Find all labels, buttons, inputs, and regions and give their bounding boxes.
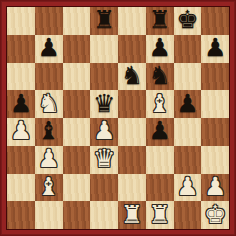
square-d1[interactable] — [90, 201, 118, 229]
square-g6[interactable] — [174, 63, 202, 91]
square-h3[interactable] — [201, 146, 229, 174]
white-queen-icon: ♛ — [93, 146, 115, 172]
square-g7[interactable] — [174, 35, 202, 63]
square-g5[interactable]: ♟ — [174, 90, 202, 118]
square-b2[interactable]: ♝ — [35, 174, 63, 202]
square-a3[interactable] — [7, 146, 35, 174]
black-pawn-icon: ♟ — [10, 90, 32, 116]
square-g2[interactable]: ♟ — [174, 174, 202, 202]
square-a6[interactable] — [7, 63, 35, 91]
black-rook-icon: ♜ — [148, 7, 170, 33]
square-c3[interactable] — [63, 146, 91, 174]
square-d7[interactable] — [90, 35, 118, 63]
black-pawn-icon: ♟ — [204, 35, 226, 61]
square-c7[interactable] — [63, 35, 91, 63]
square-a8[interactable] — [7, 7, 35, 35]
square-h4[interactable] — [201, 118, 229, 146]
square-g8[interactable]: ♚ — [174, 7, 202, 35]
white-bishop-icon: ♝ — [37, 174, 59, 200]
white-king-icon: ♚ — [204, 201, 226, 227]
square-g1[interactable] — [174, 201, 202, 229]
square-g3[interactable] — [174, 146, 202, 174]
square-d5[interactable]: ♛ — [90, 90, 118, 118]
square-b4[interactable]: ♝ — [35, 118, 63, 146]
square-b3[interactable]: ♟ — [35, 146, 63, 174]
white-pawn-icon: ♟ — [176, 174, 198, 200]
square-e1[interactable]: ♜ — [118, 201, 146, 229]
white-bishop-icon: ♝ — [148, 90, 170, 116]
square-b1[interactable] — [35, 201, 63, 229]
square-h1[interactable]: ♚ — [201, 201, 229, 229]
square-f2[interactable] — [146, 174, 174, 202]
white-rook-icon: ♜ — [148, 201, 170, 227]
white-pawn-icon: ♟ — [204, 174, 226, 200]
square-e4[interactable] — [118, 118, 146, 146]
square-f7[interactable]: ♟ — [146, 35, 174, 63]
black-queen-icon: ♛ — [93, 90, 115, 116]
black-pawn-icon: ♟ — [148, 35, 170, 61]
board-frame: ♜♜♚♟♟♟♞♞♟♞♛♝♟♟♝♟♟♟♛♝♟♟♜♜♚ — [0, 0, 236, 236]
white-rook-icon: ♜ — [121, 201, 143, 227]
square-a2[interactable] — [7, 174, 35, 202]
square-e8[interactable] — [118, 7, 146, 35]
square-b6[interactable] — [35, 63, 63, 91]
square-b7[interactable]: ♟ — [35, 35, 63, 63]
square-c1[interactable] — [63, 201, 91, 229]
square-c2[interactable] — [63, 174, 91, 202]
black-pawn-icon: ♟ — [176, 90, 198, 116]
square-f4[interactable]: ♟ — [146, 118, 174, 146]
square-b5[interactable]: ♞ — [35, 90, 63, 118]
square-f1[interactable]: ♜ — [146, 201, 174, 229]
square-h5[interactable] — [201, 90, 229, 118]
square-e2[interactable] — [118, 174, 146, 202]
white-knight-icon: ♞ — [37, 90, 59, 116]
square-e3[interactable] — [118, 146, 146, 174]
square-e7[interactable] — [118, 35, 146, 63]
black-knight-icon: ♞ — [148, 63, 170, 89]
square-f3[interactable] — [146, 146, 174, 174]
square-a1[interactable] — [7, 201, 35, 229]
black-knight-icon: ♞ — [121, 63, 143, 89]
black-bishop-icon: ♝ — [37, 118, 59, 144]
square-h8[interactable] — [201, 7, 229, 35]
square-f8[interactable]: ♜ — [146, 7, 174, 35]
black-king-icon: ♚ — [176, 7, 198, 33]
square-c8[interactable] — [63, 7, 91, 35]
square-f5[interactable]: ♝ — [146, 90, 174, 118]
white-pawn-icon: ♟ — [93, 118, 115, 144]
square-e5[interactable] — [118, 90, 146, 118]
square-d8[interactable]: ♜ — [90, 7, 118, 35]
white-pawn-icon: ♟ — [37, 146, 59, 172]
white-pawn-icon: ♟ — [10, 118, 32, 144]
square-a4[interactable]: ♟ — [7, 118, 35, 146]
square-d4[interactable]: ♟ — [90, 118, 118, 146]
square-f6[interactable]: ♞ — [146, 63, 174, 91]
chess-board: ♜♜♚♟♟♟♞♞♟♞♛♝♟♟♝♟♟♟♛♝♟♟♜♜♚ — [7, 7, 229, 229]
square-c5[interactable] — [63, 90, 91, 118]
square-d6[interactable] — [90, 63, 118, 91]
square-h7[interactable]: ♟ — [201, 35, 229, 63]
square-c6[interactable] — [63, 63, 91, 91]
square-d3[interactable]: ♛ — [90, 146, 118, 174]
square-c4[interactable] — [63, 118, 91, 146]
square-e6[interactable]: ♞ — [118, 63, 146, 91]
square-h2[interactable]: ♟ — [201, 174, 229, 202]
square-g4[interactable] — [174, 118, 202, 146]
black-pawn-icon: ♟ — [37, 35, 59, 61]
black-pawn-icon: ♟ — [148, 118, 170, 144]
square-h6[interactable] — [201, 63, 229, 91]
square-d2[interactable] — [90, 174, 118, 202]
square-b8[interactable] — [35, 7, 63, 35]
square-a5[interactable]: ♟ — [7, 90, 35, 118]
square-a7[interactable] — [7, 35, 35, 63]
black-rook-icon: ♜ — [93, 7, 115, 33]
